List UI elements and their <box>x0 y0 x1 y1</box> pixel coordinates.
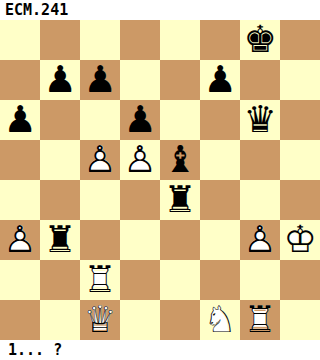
square-g8[interactable]: ♚ <box>240 20 280 60</box>
square-f8[interactable] <box>200 20 240 60</box>
square-h2[interactable] <box>280 260 320 300</box>
square-b5[interactable] <box>40 140 80 180</box>
square-a8[interactable] <box>0 20 40 60</box>
square-a1[interactable] <box>0 300 40 340</box>
square-f5[interactable] <box>200 140 240 180</box>
square-h1[interactable] <box>280 300 320 340</box>
chess-board: ♚♟♟♟♟♟♛♟♙♟♙♝♜♟♙♜♟♙♚♔♜♖♛♕♞♘♜♖ <box>0 20 320 340</box>
square-e2[interactable] <box>160 260 200 300</box>
square-f7[interactable]: ♟ <box>200 60 240 100</box>
white-pawn: ♙ <box>240 220 280 260</box>
square-h5[interactable] <box>280 140 320 180</box>
square-b7[interactable]: ♟ <box>40 60 80 100</box>
square-a2[interactable] <box>0 260 40 300</box>
square-e4[interactable]: ♜ <box>160 180 200 220</box>
square-b4[interactable] <box>40 180 80 220</box>
black-pawn: ♟ <box>40 60 80 100</box>
square-h8[interactable] <box>280 20 320 60</box>
square-e8[interactable] <box>160 20 200 60</box>
status-bar: 1... ? <box>0 340 320 360</box>
square-d6[interactable]: ♟ <box>120 100 160 140</box>
white-knight: ♘ <box>200 300 240 340</box>
square-h6[interactable] <box>280 100 320 140</box>
square-c2[interactable]: ♜♖ <box>80 260 120 300</box>
black-pawn: ♟ <box>200 60 240 100</box>
square-e3[interactable] <box>160 220 200 260</box>
black-pawn: ♟ <box>0 100 40 140</box>
square-e6[interactable] <box>160 100 200 140</box>
square-h3[interactable]: ♚♔ <box>280 220 320 260</box>
square-f1[interactable]: ♞♘ <box>200 300 240 340</box>
square-e5[interactable]: ♝ <box>160 140 200 180</box>
square-c5[interactable]: ♟♙ <box>80 140 120 180</box>
white-pawn: ♙ <box>80 140 120 180</box>
square-d1[interactable] <box>120 300 160 340</box>
title-bar: ECM.241 <box>0 0 320 20</box>
square-d4[interactable] <box>120 180 160 220</box>
square-b6[interactable] <box>40 100 80 140</box>
square-g2[interactable] <box>240 260 280 300</box>
puzzle-title: ECM.241 <box>5 1 68 19</box>
square-a6[interactable]: ♟ <box>0 100 40 140</box>
square-g1[interactable]: ♜♖ <box>240 300 280 340</box>
black-pawn: ♟ <box>120 100 160 140</box>
black-bishop: ♝ <box>160 140 200 180</box>
black-pawn: ♟ <box>80 60 120 100</box>
square-a3[interactable]: ♟♙ <box>0 220 40 260</box>
white-rook: ♖ <box>240 300 280 340</box>
square-f6[interactable] <box>200 100 240 140</box>
square-d3[interactable] <box>120 220 160 260</box>
square-b3[interactable]: ♜ <box>40 220 80 260</box>
square-d8[interactable] <box>120 20 160 60</box>
square-f3[interactable] <box>200 220 240 260</box>
square-h7[interactable] <box>280 60 320 100</box>
square-b2[interactable] <box>40 260 80 300</box>
black-rook: ♜ <box>40 220 80 260</box>
square-b1[interactable] <box>40 300 80 340</box>
square-d2[interactable] <box>120 260 160 300</box>
square-d5[interactable]: ♟♙ <box>120 140 160 180</box>
square-c7[interactable]: ♟ <box>80 60 120 100</box>
square-g4[interactable] <box>240 180 280 220</box>
square-g3[interactable]: ♟♙ <box>240 220 280 260</box>
square-c6[interactable] <box>80 100 120 140</box>
square-b8[interactable] <box>40 20 80 60</box>
square-c3[interactable] <box>80 220 120 260</box>
white-queen: ♕ <box>80 300 120 340</box>
black-king: ♚ <box>240 20 280 60</box>
white-pawn: ♙ <box>120 140 160 180</box>
square-a7[interactable] <box>0 60 40 100</box>
square-e7[interactable] <box>160 60 200 100</box>
white-king: ♔ <box>280 220 320 260</box>
square-e1[interactable] <box>160 300 200 340</box>
white-rook: ♖ <box>80 260 120 300</box>
square-d7[interactable] <box>120 60 160 100</box>
square-f2[interactable] <box>200 260 240 300</box>
square-g7[interactable] <box>240 60 280 100</box>
square-a4[interactable] <box>0 180 40 220</box>
square-g6[interactable]: ♛ <box>240 100 280 140</box>
square-c8[interactable] <box>80 20 120 60</box>
white-pawn: ♙ <box>0 220 40 260</box>
black-rook: ♜ <box>160 180 200 220</box>
square-h4[interactable] <box>280 180 320 220</box>
square-a5[interactable] <box>0 140 40 180</box>
black-queen: ♛ <box>240 100 280 140</box>
square-c1[interactable]: ♛♕ <box>80 300 120 340</box>
square-g5[interactable] <box>240 140 280 180</box>
square-c4[interactable] <box>80 180 120 220</box>
move-prompt: 1... ? <box>8 341 62 359</box>
square-f4[interactable] <box>200 180 240 220</box>
